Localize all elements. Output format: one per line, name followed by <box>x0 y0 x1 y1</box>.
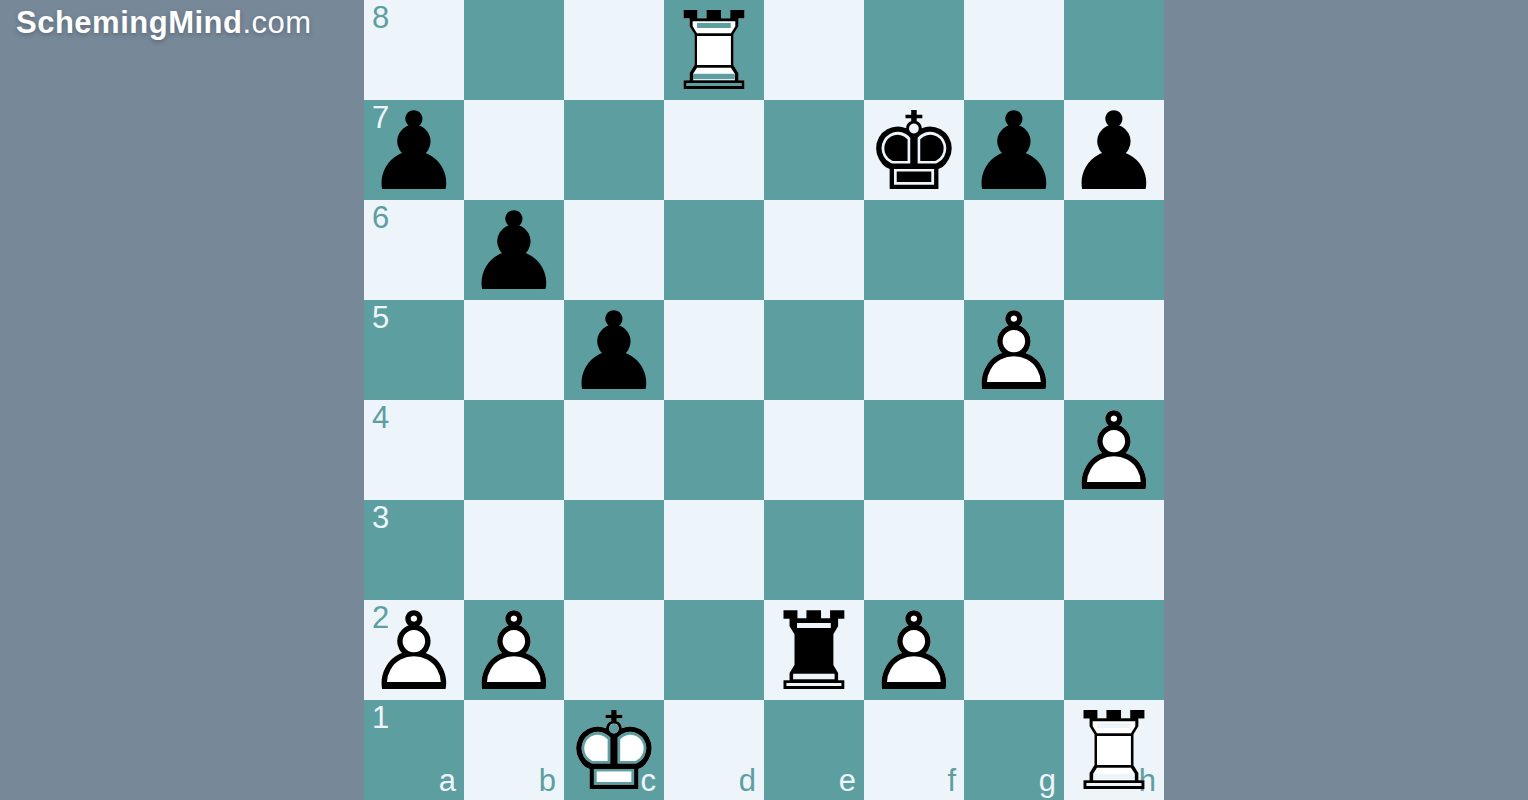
rank-label-3: 3 <box>372 500 389 536</box>
square-b6[interactable]: ♟ <box>464 200 564 300</box>
black-pawn-glyph: ♟ <box>464 200 564 300</box>
black-king-glyph: ♚ <box>864 100 964 200</box>
square-c1[interactable]: c♚♔ <box>564 700 664 800</box>
square-d3[interactable] <box>664 500 764 600</box>
square-h6[interactable] <box>1064 200 1164 300</box>
square-h3[interactable] <box>1064 500 1164 600</box>
square-e4[interactable] <box>764 400 864 500</box>
square-h7[interactable]: ♟ <box>1064 100 1164 200</box>
piece-black-king-f7[interactable]: ♚ <box>864 100 964 200</box>
brand-suffix: .com <box>242 5 311 40</box>
white-pawn-outline-glyph: ♙ <box>464 600 564 700</box>
square-f7[interactable]: ♚ <box>864 100 964 200</box>
square-g7[interactable]: ♟ <box>964 100 1064 200</box>
square-a7[interactable]: 7♟ <box>364 100 464 200</box>
black-rook-glyph: ♜ <box>764 600 864 700</box>
site-logo[interactable]: SchemingMind.com <box>16 5 312 41</box>
black-pawn-glyph: ♟ <box>964 100 1064 200</box>
square-f5[interactable] <box>864 300 964 400</box>
white-pawn-outline-glyph: ♙ <box>364 600 464 700</box>
piece-white-rook-h1[interactable]: ♜♖ <box>1064 700 1164 800</box>
square-a1[interactable]: 1a <box>364 700 464 800</box>
square-a5[interactable]: 5 <box>364 300 464 400</box>
square-c3[interactable] <box>564 500 664 600</box>
square-g1[interactable]: g <box>964 700 1064 800</box>
piece-white-rook-d8[interactable]: ♜♖ <box>664 0 764 100</box>
square-d2[interactable] <box>664 600 764 700</box>
black-pawn-glyph: ♟ <box>564 300 664 400</box>
black-pawn-glyph: ♟ <box>1064 100 1164 200</box>
rank-label-6: 6 <box>372 200 389 236</box>
square-c6[interactable] <box>564 200 664 300</box>
square-g2[interactable] <box>964 600 1064 700</box>
square-h4[interactable]: ♟♙ <box>1064 400 1164 500</box>
rank-label-4: 4 <box>372 400 389 436</box>
square-b3[interactable] <box>464 500 564 600</box>
square-h2[interactable] <box>1064 600 1164 700</box>
square-g3[interactable] <box>964 500 1064 600</box>
piece-white-pawn-f2[interactable]: ♟♙ <box>864 600 964 700</box>
piece-white-pawn-a2[interactable]: ♟♙ <box>364 600 464 700</box>
square-d5[interactable] <box>664 300 764 400</box>
file-label-a: a <box>439 764 456 798</box>
square-h8[interactable] <box>1064 0 1164 100</box>
piece-white-pawn-b2[interactable]: ♟♙ <box>464 600 564 700</box>
square-e8[interactable] <box>764 0 864 100</box>
square-g6[interactable] <box>964 200 1064 300</box>
square-b4[interactable] <box>464 400 564 500</box>
piece-black-pawn-h7[interactable]: ♟ <box>1064 100 1164 200</box>
square-h1[interactable]: h♜♖ <box>1064 700 1164 800</box>
white-rook-fill-glyph: ♜ <box>1064 700 1164 800</box>
white-pawn-fill-glyph: ♟ <box>364 600 464 700</box>
white-rook-fill-glyph: ♜ <box>664 0 764 100</box>
square-c8[interactable] <box>564 0 664 100</box>
piece-black-pawn-c5[interactable]: ♟ <box>564 300 664 400</box>
white-pawn-fill-glyph: ♟ <box>964 300 1064 400</box>
square-a6[interactable]: 6 <box>364 200 464 300</box>
piece-black-pawn-a7[interactable]: ♟ <box>364 100 464 200</box>
chess-board: 8♜♖7♟♚♟♟6♟5♟♟♙4♟♙32♟♙♟♙♜♟♙1abc♚♔defgh♜♖ <box>364 0 1164 800</box>
square-b5[interactable] <box>464 300 564 400</box>
white-pawn-fill-glyph: ♟ <box>1064 400 1164 500</box>
rank-label-1: 1 <box>372 700 389 736</box>
black-pawn-glyph: ♟ <box>364 100 464 200</box>
square-f4[interactable] <box>864 400 964 500</box>
square-c7[interactable] <box>564 100 664 200</box>
square-g4[interactable] <box>964 400 1064 500</box>
square-b7[interactable] <box>464 100 564 200</box>
square-g5[interactable]: ♟♙ <box>964 300 1064 400</box>
square-d1[interactable]: d <box>664 700 764 800</box>
white-king-fill-glyph: ♚ <box>564 700 664 800</box>
square-c4[interactable] <box>564 400 664 500</box>
square-f1[interactable]: f <box>864 700 964 800</box>
rank-label-5: 5 <box>372 300 389 336</box>
square-f6[interactable] <box>864 200 964 300</box>
piece-white-pawn-h4[interactable]: ♟♙ <box>1064 400 1164 500</box>
file-label-d: d <box>739 764 756 798</box>
square-e2[interactable]: ♜ <box>764 600 864 700</box>
square-a8[interactable]: 8 <box>364 0 464 100</box>
rank-label-8: 8 <box>372 0 389 36</box>
square-f2[interactable]: ♟♙ <box>864 600 964 700</box>
square-e6[interactable] <box>764 200 864 300</box>
white-pawn-outline-glyph: ♙ <box>864 600 964 700</box>
square-a2[interactable]: 2♟♙ <box>364 600 464 700</box>
brand-name: SchemingMind <box>16 5 242 40</box>
square-h5[interactable] <box>1064 300 1164 400</box>
piece-black-pawn-g7[interactable]: ♟ <box>964 100 1064 200</box>
square-e7[interactable] <box>764 100 864 200</box>
square-d4[interactable] <box>664 400 764 500</box>
white-pawn-outline-glyph: ♙ <box>1064 400 1164 500</box>
square-d7[interactable] <box>664 100 764 200</box>
file-label-f: f <box>947 764 956 798</box>
square-b1[interactable]: b <box>464 700 564 800</box>
piece-black-pawn-b6[interactable]: ♟ <box>464 200 564 300</box>
piece-white-pawn-g5[interactable]: ♟♙ <box>964 300 1064 400</box>
square-c5[interactable]: ♟ <box>564 300 664 400</box>
white-pawn-fill-glyph: ♟ <box>464 600 564 700</box>
square-b2[interactable]: ♟♙ <box>464 600 564 700</box>
file-label-g: g <box>1039 764 1056 798</box>
square-e5[interactable] <box>764 300 864 400</box>
square-e3[interactable] <box>764 500 864 600</box>
white-rook-outline-glyph: ♖ <box>664 0 764 100</box>
piece-black-rook-e2[interactable]: ♜ <box>764 600 864 700</box>
square-d6[interactable] <box>664 200 764 300</box>
file-label-b: b <box>539 764 556 798</box>
square-f3[interactable] <box>864 500 964 600</box>
square-c2[interactable] <box>564 600 664 700</box>
square-d8[interactable]: ♜♖ <box>664 0 764 100</box>
square-a4[interactable]: 4 <box>364 400 464 500</box>
white-pawn-outline-glyph: ♙ <box>964 300 1064 400</box>
piece-white-king-c1[interactable]: ♚♔ <box>564 700 664 800</box>
square-e1[interactable]: e <box>764 700 864 800</box>
file-label-e: e <box>839 764 856 798</box>
square-a3[interactable]: 3 <box>364 500 464 600</box>
square-f8[interactable] <box>864 0 964 100</box>
square-g8[interactable] <box>964 0 1064 100</box>
square-b8[interactable] <box>464 0 564 100</box>
white-king-outline-glyph: ♔ <box>564 700 664 800</box>
white-rook-outline-glyph: ♖ <box>1064 700 1164 800</box>
white-pawn-fill-glyph: ♟ <box>864 600 964 700</box>
